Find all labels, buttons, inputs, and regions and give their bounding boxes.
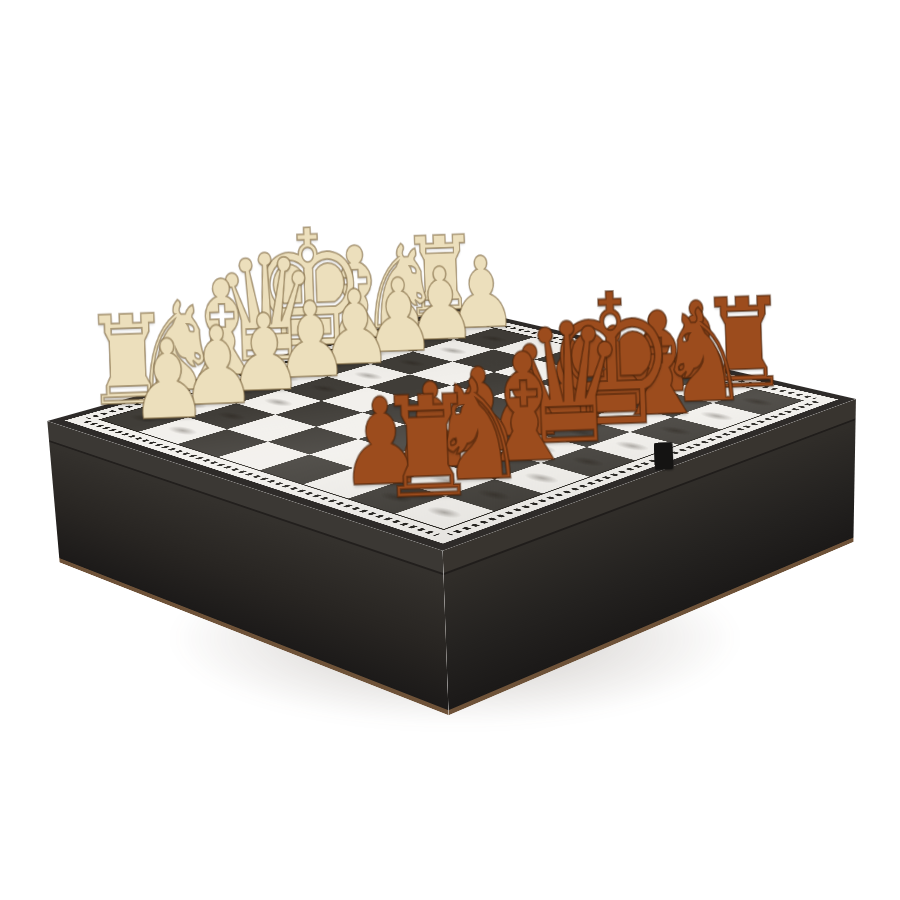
latch-tab xyxy=(654,442,674,470)
black-rook-icon: ♜ xyxy=(337,375,517,521)
product-photo-scene: ♜♟♞♟♝♟♚♟♛♟♝♟♟♞♜♟♟♜♞♟♟♝♟♚♟♛♟♝♟♞♟♜ xyxy=(0,0,900,900)
game-box: ♜♟♞♟♝♟♚♟♛♟♝♟♟♞♜♟♟♜♞♟♟♝♟♚♟♛♟♝♟♞♟♜ xyxy=(47,307,856,551)
white-pawn-icon: ♟ xyxy=(88,322,248,437)
